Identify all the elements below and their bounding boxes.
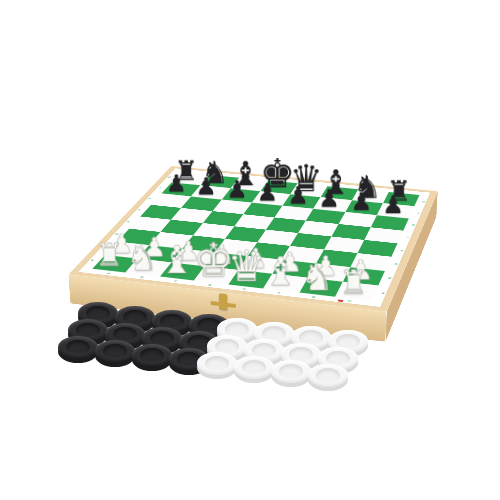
white-checker (308, 364, 348, 387)
black-checker (95, 340, 135, 363)
wooden-box-top: ♜♞♝♚♛♝♞♜♟♟♟♟♟♟♟♟♟♟♟♟♟♟♟♟♜♞♝♚♛♝♞♜ abcdefg… (69, 166, 438, 312)
black-knight: ♞ (351, 172, 383, 202)
coordinate-label: 3 (394, 263, 398, 265)
brass-clasp-icon (219, 293, 228, 310)
coordinate-label: c (174, 280, 179, 283)
coordinate-label: 4 (126, 221, 131, 223)
brand-mark (337, 300, 343, 303)
coordinate-label: 1 (381, 292, 385, 295)
coordinate-label: 6 (411, 224, 415, 226)
coordinate-label: d (207, 284, 212, 287)
coordinate-label: 5 (406, 237, 410, 239)
white-checker (234, 356, 274, 379)
black-bishop: ♝ (230, 159, 261, 190)
coordinate-label: b (140, 276, 145, 279)
black-checker (58, 336, 98, 359)
coordinate-label: 5 (137, 209, 142, 211)
white-checker (197, 352, 237, 375)
black-knight: ♞ (200, 158, 231, 187)
coordinate-label: 7 (157, 187, 161, 189)
coordinate-label: f (277, 292, 280, 295)
coordinate-label: 8 (167, 176, 171, 178)
coordinate-label: 6 (147, 198, 151, 200)
coordinate-label: g (311, 296, 316, 299)
coordinate-label: 8 (422, 201, 426, 203)
coordinate-label: 2 (102, 246, 107, 248)
square-a4 (129, 216, 171, 232)
black-bishop: ♝ (320, 167, 352, 199)
coordinate-label: 4 (400, 250, 404, 252)
chess-board-grid: ♜♞♝♚♛♝♞♜♟♟♟♟♟♟♟♟♟♟♟♟♟♟♟♟♜♞♝♚♛♝♞♜ (92, 172, 419, 301)
black-checker (132, 344, 172, 367)
coordinate-label: a (106, 272, 111, 275)
coordinate-label: 3 (114, 233, 119, 235)
black-king: ♚ (260, 155, 291, 192)
product-photo: ♜♞♝♚♛♝♞♜♟♟♟♟♟♟♟♟♟♟♟♟♟♟♟♟♜♞♝♚♛♝♞♜ abcdefg… (0, 0, 500, 500)
black-queen: ♛ (290, 161, 321, 196)
coordinate-label: e (242, 288, 247, 291)
coordinate-label: 2 (388, 277, 392, 280)
coordinate-label: 1 (90, 259, 95, 261)
square-g1: ♞ (299, 278, 343, 297)
white-checker (271, 360, 311, 383)
black-rook: ♜ (383, 178, 415, 204)
square-c5 (202, 211, 243, 226)
coordinate-label: h (347, 300, 352, 303)
coordinate-label: 7 (417, 212, 421, 214)
